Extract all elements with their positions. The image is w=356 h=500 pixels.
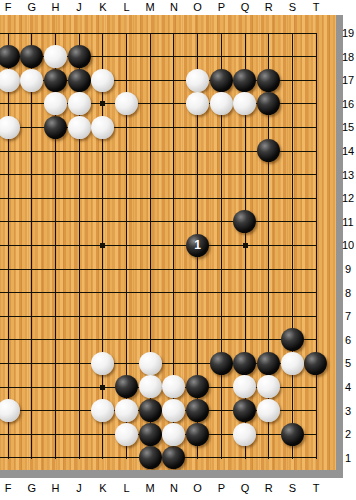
coordinate-number-right: 13 [341,169,355,180]
black-stone-m3[interactable] [139,399,162,422]
coordinate-number-right: 4 [341,382,355,393]
coordinate-number-right: 5 [341,358,355,369]
coordinate-letter-top: Q [241,2,250,13]
white-stone-f15[interactable] [0,116,20,139]
coordinate-letter-top: R [265,2,273,13]
white-stone-l3[interactable] [115,399,138,422]
white-stone-o17[interactable] [186,69,209,92]
go-board-viewer: 1 FGHJKLMNOPQRST FGHJKLMNOPQRST 19181716… [0,0,356,500]
coordinate-number-right: 11 [341,216,355,227]
coordinate-number-right: 19 [341,28,355,39]
coordinate-letter-top: N [170,2,178,13]
white-stone-h18[interactable] [44,45,67,68]
coordinate-letter-bottom: S [289,483,296,494]
black-stone-q5[interactable] [233,352,256,375]
black-stone-f18[interactable] [0,45,20,68]
white-stone-h16[interactable] [44,92,67,115]
bottom-coordinates: FGHJKLMNOPQRST [0,478,356,500]
black-stone-j18[interactable] [68,45,91,68]
coordinate-number-right: 17 [341,75,355,86]
white-stone-o16[interactable] [186,92,209,115]
white-stone-k15[interactable] [91,116,114,139]
black-stone-l4[interactable] [115,375,138,398]
coordinate-letter-top: P [218,2,225,13]
coordinate-letter-bottom: G [27,483,36,494]
coordinate-letter-bottom: L [123,483,129,494]
coordinate-letter-top: H [51,2,59,13]
white-stone-m5[interactable] [139,352,162,375]
coordinate-letter-bottom: Q [241,483,250,494]
coordinate-letter-top: T [313,2,320,13]
white-stone-k5[interactable] [91,352,114,375]
black-stone-j17[interactable] [68,69,91,92]
coordinate-number-right: 16 [341,98,355,109]
coordinate-number-right: 9 [341,264,355,275]
white-stone-m4[interactable] [139,375,162,398]
black-stone-n1[interactable] [162,446,185,469]
black-stone-t5[interactable] [304,352,327,375]
white-stone-j15[interactable] [68,116,91,139]
coordinate-number-right: 7 [341,311,355,322]
white-stone-n4[interactable] [162,375,185,398]
top-coordinates: FGHJKLMNOPQRST [0,0,356,15]
white-stone-l16[interactable] [115,92,138,115]
black-stone-o10[interactable]: 1 [186,234,209,257]
black-stone-h15[interactable] [44,116,67,139]
coordinate-number-right: 18 [341,51,355,62]
black-stone-r14[interactable] [257,139,280,162]
coordinate-letter-top: J [76,2,82,13]
white-stone-q16[interactable] [233,92,256,115]
white-stone-f17[interactable] [0,69,20,92]
coordinate-letter-bottom: N [170,483,178,494]
board-edge-bottom [0,470,343,478]
coordinate-number-right: 1 [341,452,355,463]
coordinate-letter-bottom: F [5,483,12,494]
coordinate-letter-bottom: K [99,483,106,494]
black-stone-p5[interactable] [210,352,233,375]
move-number-label: 1 [194,239,201,251]
black-stone-r5[interactable] [257,352,280,375]
white-stone-f3[interactable] [0,399,20,422]
black-stone-o3[interactable] [186,399,209,422]
coordinate-letter-bottom: R [265,483,273,494]
coordinate-number-right: 3 [341,405,355,416]
black-stone-s6[interactable] [281,328,304,351]
white-stone-q2[interactable] [233,423,256,446]
white-stone-l2[interactable] [115,423,138,446]
coordinate-number-right: 8 [341,287,355,298]
coordinate-number-right: 6 [341,334,355,345]
coordinate-letter-top: K [99,2,106,13]
white-stone-s5[interactable] [281,352,304,375]
go-board[interactable]: 1 [0,21,328,469]
coordinate-letter-top: L [123,2,129,13]
white-stone-n3[interactable] [162,399,185,422]
coordinate-number-right: 15 [341,122,355,133]
black-stone-o4[interactable] [186,375,209,398]
coordinate-letter-top: G [27,2,36,13]
coordinate-number-right: 2 [341,429,355,440]
black-stone-q11[interactable] [233,210,256,233]
white-stone-r3[interactable] [257,399,280,422]
white-stone-j16[interactable] [68,92,91,115]
black-stone-m1[interactable] [139,446,162,469]
coordinate-letter-top: O [193,2,202,13]
coordinate-number-right: 10 [341,240,355,251]
black-stone-r17[interactable] [257,69,280,92]
coordinate-letter-top: F [5,2,12,13]
white-stone-n2[interactable] [162,423,185,446]
black-stone-g18[interactable] [20,45,43,68]
black-stone-r16[interactable] [257,92,280,115]
coordinate-letter-bottom: O [193,483,202,494]
white-stone-k3[interactable] [91,399,114,422]
white-stone-k17[interactable] [91,69,114,92]
coordinate-letter-bottom: P [218,483,225,494]
black-stone-o2[interactable] [186,423,209,446]
coordinate-letter-bottom: T [313,483,320,494]
black-stone-h17[interactable] [44,69,67,92]
black-stone-p17[interactable] [210,69,233,92]
white-stone-q4[interactable] [233,375,256,398]
white-stone-p16[interactable] [210,92,233,115]
black-stone-s2[interactable] [281,423,304,446]
black-stone-m2[interactable] [139,423,162,446]
coordinate-letter-bottom: J [76,483,82,494]
black-stone-q3[interactable] [233,399,256,422]
coordinate-letter-bottom: H [51,483,59,494]
coordinate-letter-bottom: M [146,483,155,494]
white-stone-r4[interactable] [257,375,280,398]
black-stone-q17[interactable] [233,69,256,92]
white-stone-g17[interactable] [20,69,43,92]
coordinate-number-right: 12 [341,193,355,204]
coordinate-letter-top: M [146,2,155,13]
coordinate-number-right: 14 [341,146,355,157]
coordinate-letter-top: S [289,2,296,13]
